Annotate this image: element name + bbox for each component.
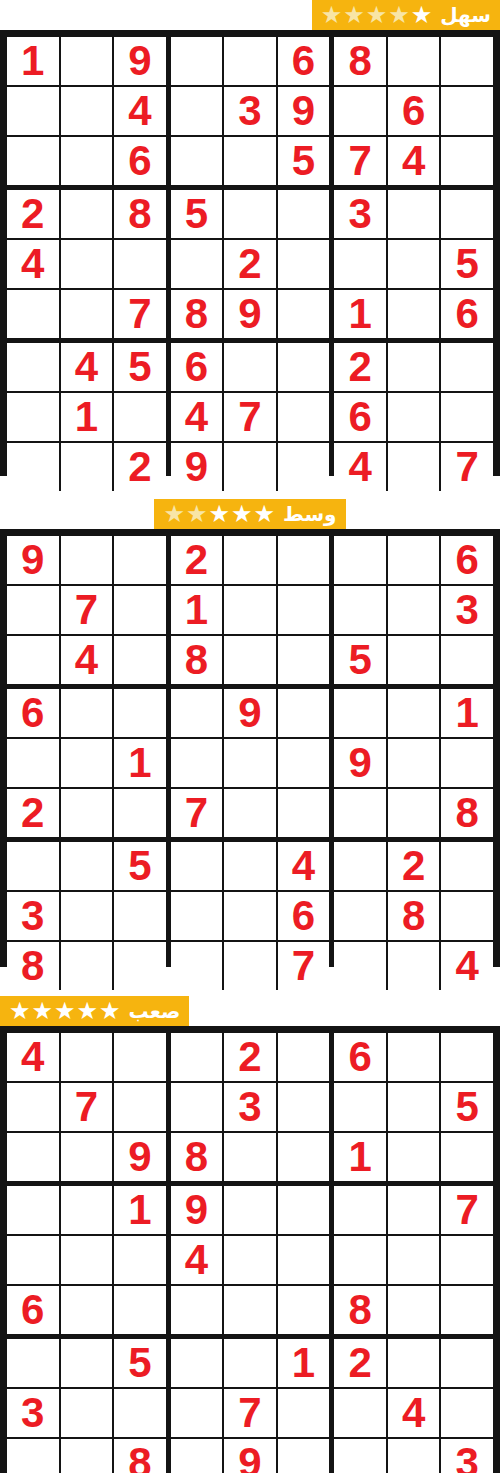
sudoku-cell-r2c7[interactable]	[334, 586, 386, 634]
sudoku-cell-r6c5[interactable]	[224, 789, 276, 837]
sudoku-cell-r3c4[interactable]: 8	[171, 1133, 223, 1181]
sudoku-cell-r3c6[interactable]	[278, 636, 330, 684]
sudoku-cell-r1c6[interactable]	[278, 1033, 330, 1081]
sudoku-cell-r7c6[interactable]: 1	[278, 1339, 330, 1387]
sudoku-cell-r8c4[interactable]: 4	[171, 393, 223, 441]
sudoku-cell-r5c6[interactable]	[278, 1236, 330, 1284]
sudoku-cell-r8c2[interactable]	[61, 892, 113, 940]
sudoku-cell-r8c3[interactable]	[114, 892, 166, 940]
sudoku-cell-r4c4[interactable]	[171, 689, 223, 737]
sudoku-cell-r8c7[interactable]	[334, 1389, 386, 1437]
sudoku-cell-r8c1[interactable]	[7, 393, 59, 441]
sudoku-cell-r6c6[interactable]	[278, 290, 330, 338]
sudoku-cell-r9c9[interactable]: 7	[441, 443, 493, 491]
sudoku-box: 651	[334, 1033, 493, 1181]
sudoku-cell-r4c5[interactable]	[224, 190, 276, 238]
sudoku-cell-r1c1[interactable]: 9	[7, 536, 59, 584]
sudoku-cell-r9c9[interactable]: 4	[441, 942, 493, 990]
sudoku-cell-r2c9[interactable]	[441, 87, 493, 135]
sudoku-cell-r3c6[interactable]	[278, 1133, 330, 1181]
sudoku-cell-r9c7[interactable]: 4	[334, 443, 386, 491]
sudoku-grid-easy: 194663958674284752893516451264792647	[0, 30, 500, 476]
sudoku-cell-r5c3[interactable]: 1	[114, 739, 166, 787]
sudoku-box: 97	[171, 689, 330, 837]
sudoku-cell-r3c2[interactable]: 4	[61, 636, 113, 684]
sudoku-cell-r9c1[interactable]	[7, 443, 59, 491]
sudoku-cell-r6c7[interactable]	[334, 789, 386, 837]
easy-difficulty-label: سهل	[440, 0, 491, 30]
hard-banner-row: ★★★★★ صعب	[0, 996, 500, 1026]
star-inactive-icon: ★	[388, 0, 410, 30]
sudoku-cell-r8c5[interactable]	[224, 892, 276, 940]
sudoku-cell-r5c4[interactable]	[171, 739, 223, 787]
sudoku-cell-r4c2[interactable]	[61, 190, 113, 238]
sudoku-cell-r7c4[interactable]: 6	[171, 343, 223, 391]
sudoku-box: 8674	[334, 37, 493, 185]
sudoku-cell-r8c9[interactable]	[441, 892, 493, 940]
medium-difficulty-label: وسط	[283, 499, 337, 529]
sudoku-cell-r4c3[interactable]: 8	[114, 190, 166, 238]
sudoku-cell-r8c8[interactable]	[388, 393, 440, 441]
sudoku-box: 198	[334, 689, 493, 837]
sudoku-cell-r1c4[interactable]	[171, 37, 223, 85]
sudoku-cell-r9c4[interactable]	[171, 942, 223, 990]
sudoku-cell-r5c9[interactable]	[441, 739, 493, 787]
sudoku-box: 2647	[334, 343, 493, 491]
sudoku-cell-r3c8[interactable]: 4	[388, 137, 440, 185]
sudoku-cell-r6c1[interactable]: 2	[7, 789, 59, 837]
easy-difficulty-banner: ★★★★★ سهل	[312, 0, 500, 30]
sudoku-cell-r6c8[interactable]	[388, 789, 440, 837]
sudoku-cell-r7c3[interactable]: 5	[114, 343, 166, 391]
hard-difficulty-label: صعب	[129, 996, 181, 1026]
sudoku-cell-r6c7[interactable]: 1	[334, 290, 386, 338]
sudoku-cell-r3c7[interactable]: 5	[334, 636, 386, 684]
sudoku-cell-r1c1[interactable]: 1	[7, 37, 59, 85]
sudoku-cell-r9c7[interactable]	[334, 942, 386, 990]
sudoku-cell-r3c3[interactable]: 9	[114, 1133, 166, 1181]
sudoku-cell-r6c9[interactable]: 8	[441, 789, 493, 837]
sudoku-cell-r9c5[interactable]	[224, 942, 276, 990]
sudoku-cell-r7c7[interactable]: 2	[334, 343, 386, 391]
sudoku-cell-r1c6[interactable]: 6	[278, 37, 330, 85]
sudoku-cell-r5c8[interactable]	[388, 1236, 440, 1284]
sudoku-cell-r5c2[interactable]	[61, 1236, 113, 1284]
sudoku-cell-r7c3[interactable]: 5	[114, 842, 166, 890]
sudoku-cell-r3c1[interactable]	[7, 137, 59, 185]
sudoku-cell-r3c2[interactable]	[61, 137, 113, 185]
medium-difficulty-banner: ★★★★★ وسط	[154, 499, 345, 529]
sudoku-cell-r6c9[interactable]: 6	[441, 290, 493, 338]
sudoku-cell-r4c5[interactable]	[224, 1186, 276, 1234]
sudoku-cell-r2c8[interactable]	[388, 1083, 440, 1131]
star-filled-icon: ★	[231, 499, 253, 529]
sudoku-cell-r8c8[interactable]: 4	[388, 1389, 440, 1437]
sudoku-cell-r9c9[interactable]: 3	[441, 1439, 493, 1473]
sudoku-cell-r5c1[interactable]	[7, 739, 59, 787]
sudoku-cell-r7c8[interactable]	[388, 343, 440, 391]
sudoku-cell-r2c7[interactable]	[334, 87, 386, 135]
sudoku-cell-r2c4[interactable]: 1	[171, 586, 223, 634]
sudoku-box: 2847	[7, 190, 166, 338]
star-filled-icon: ★	[32, 996, 54, 1026]
sudoku-cell-r4c6[interactable]	[278, 1186, 330, 1234]
sudoku-cell-r8c1[interactable]: 3	[7, 892, 59, 940]
sudoku-cell-r9c2[interactable]	[61, 1439, 113, 1473]
sudoku-cell-r5c9[interactable]	[441, 1236, 493, 1284]
sudoku-cell-r7c3[interactable]: 5	[114, 1339, 166, 1387]
sudoku-cell-r8c4[interactable]	[171, 892, 223, 940]
sudoku-cell-r1c8[interactable]	[388, 1033, 440, 1081]
sudoku-box: 5289	[171, 190, 330, 338]
sudoku-cell-r4c6[interactable]	[278, 190, 330, 238]
sudoku-cell-r7c2[interactable]	[61, 842, 113, 890]
sudoku-cell-r7c1[interactable]	[7, 1339, 59, 1387]
sudoku-cell-r9c2[interactable]	[61, 942, 113, 990]
sudoku-cell-r4c7[interactable]	[334, 1186, 386, 1234]
sudoku-cell-r7c9[interactable]	[441, 842, 493, 890]
sudoku-cell-r5c5[interactable]: 2	[224, 240, 276, 288]
sudoku-cell-r1c1[interactable]: 4	[7, 1033, 59, 1081]
sudoku-cell-r3c5[interactable]	[224, 1133, 276, 1181]
star-inactive-icon: ★	[186, 499, 208, 529]
sudoku-cell-r4c4[interactable]: 5	[171, 190, 223, 238]
sudoku-cell-r8c1[interactable]: 3	[7, 1389, 59, 1437]
sudoku-cell-r3c3[interactable]	[114, 636, 166, 684]
sudoku-cell-r5c5[interactable]	[224, 739, 276, 787]
sudoku-cell-r6c2[interactable]	[61, 789, 113, 837]
star-filled-icon: ★	[208, 499, 230, 529]
sudoku-cell-r1c9[interactable]	[441, 1033, 493, 1081]
sudoku-cell-r3c4[interactable]	[171, 137, 223, 185]
medium-star-rating: ★★★★★	[163, 499, 275, 529]
sudoku-cell-r1c8[interactable]	[388, 37, 440, 85]
sudoku-cell-r8c7[interactable]	[334, 892, 386, 940]
sudoku-cell-r2c9[interactable]: 3	[441, 586, 493, 634]
sudoku-box: 284	[334, 842, 493, 990]
sudoku-cell-r3c3[interactable]: 6	[114, 137, 166, 185]
star-inactive-icon: ★	[366, 0, 388, 30]
sudoku-cell-r1c6[interactable]	[278, 536, 330, 584]
sudoku-cell-r7c8[interactable]	[388, 1339, 440, 1387]
sudoku-cell-r9c7[interactable]	[334, 1439, 386, 1473]
sudoku-cell-r5c5[interactable]	[224, 1236, 276, 1284]
sudoku-cell-r6c2[interactable]	[61, 290, 113, 338]
sudoku-cell-r6c3[interactable]	[114, 1286, 166, 1334]
sudoku-cell-r2c2[interactable]: 7	[61, 586, 113, 634]
sudoku-cell-r6c7[interactable]: 8	[334, 1286, 386, 1334]
sudoku-cell-r7c6[interactable]	[278, 343, 330, 391]
sudoku-cell-r1c9[interactable]: 6	[441, 536, 493, 584]
sudoku-cell-r4c3[interactable]	[114, 689, 166, 737]
sudoku-cell-r8c2[interactable]: 1	[61, 393, 113, 441]
hard-difficulty-banner: ★★★★★ صعب	[0, 996, 189, 1026]
sudoku-cell-r8c3[interactable]	[114, 393, 166, 441]
sudoku-cell-r8c2[interactable]	[61, 1389, 113, 1437]
sudoku-cell-r7c8[interactable]: 2	[388, 842, 440, 890]
easy-star-rating: ★★★★★	[321, 0, 433, 30]
sudoku-box: 78	[334, 1186, 493, 1334]
sudoku-cell-r4c9[interactable]: 7	[441, 1186, 493, 1234]
sudoku-cell-r8c9[interactable]	[441, 1389, 493, 1437]
sudoku-cell-r3c7[interactable]: 1	[334, 1133, 386, 1181]
sudoku-cell-r1c5[interactable]	[224, 536, 276, 584]
sudoku-cell-r3c9[interactable]	[441, 137, 493, 185]
sudoku-cell-r9c8[interactable]	[388, 942, 440, 990]
sudoku-cell-r8c4[interactable]	[171, 1389, 223, 1437]
sudoku-cell-r5c7[interactable]	[334, 240, 386, 288]
sudoku-cell-r7c2[interactable]: 4	[61, 343, 113, 391]
sudoku-cell-r1c7[interactable]	[334, 536, 386, 584]
sudoku-easy-section: ★★★★★ سهل 194663958674284752893516451264…	[0, 0, 500, 476]
sudoku-cell-r5c1[interactable]: 4	[7, 240, 59, 288]
sudoku-cell-r3c5[interactable]	[224, 137, 276, 185]
sudoku-box: 635	[334, 536, 493, 684]
sudoku-cell-r9c3[interactable]: 8	[114, 1439, 166, 1473]
sudoku-cell-r6c5[interactable]	[224, 1286, 276, 1334]
sudoku-cell-r3c1[interactable]	[7, 636, 59, 684]
star-inactive-icon: ★	[343, 0, 365, 30]
sudoku-cell-r4c1[interactable]: 6	[7, 689, 59, 737]
sudoku-cell-r4c7[interactable]: 3	[334, 190, 386, 238]
sudoku-cell-r7c6[interactable]: 4	[278, 842, 330, 890]
sudoku-box: 16	[7, 1186, 166, 1334]
sudoku-cell-r5c9[interactable]: 5	[441, 240, 493, 288]
sudoku-cell-r8c9[interactable]	[441, 393, 493, 441]
easy-banner-row: ★★★★★ سهل	[0, 0, 500, 30]
star-inactive-icon: ★	[163, 499, 185, 529]
sudoku-cell-r6c6[interactable]	[278, 789, 330, 837]
sudoku-cell-r2c1[interactable]	[7, 586, 59, 634]
sudoku-cell-r2c6[interactable]: 9	[278, 87, 330, 135]
sudoku-grid-medium: 97421863561297198538467284	[0, 529, 500, 967]
sudoku-cell-r4c7[interactable]	[334, 689, 386, 737]
sudoku-cell-r9c4[interactable]	[171, 1439, 223, 1473]
sudoku-box: 538	[7, 1339, 166, 1473]
sudoku-cell-r4c2[interactable]	[61, 1186, 113, 1234]
star-filled-icon: ★	[9, 996, 31, 1026]
sudoku-cell-r7c4[interactable]	[171, 1339, 223, 1387]
medium-banner-row: ★★★★★ وسط	[0, 499, 500, 529]
star-filled-icon: ★	[77, 996, 99, 1026]
sudoku-cell-r9c1[interactable]: 8	[7, 942, 59, 990]
sudoku-cell-r2c3[interactable]	[114, 586, 166, 634]
sudoku-cell-r1c3[interactable]	[114, 1033, 166, 1081]
sudoku-cell-r5c6[interactable]	[278, 739, 330, 787]
sudoku-cell-r6c4[interactable]	[171, 1286, 223, 1334]
sudoku-box: 238	[171, 1033, 330, 1181]
sudoku-cell-r7c5[interactable]	[224, 1339, 276, 1387]
sudoku-cell-r2c4[interactable]	[171, 1083, 223, 1131]
sudoku-cell-r7c1[interactable]	[7, 842, 59, 890]
sudoku-cell-r3c4[interactable]: 8	[171, 636, 223, 684]
sudoku-box: 974	[7, 536, 166, 684]
sudoku-cell-r4c8[interactable]	[388, 1186, 440, 1234]
sudoku-cell-r1c5[interactable]: 2	[224, 1033, 276, 1081]
sudoku-cell-r4c8[interactable]	[388, 190, 440, 238]
sudoku-cell-r6c3[interactable]: 7	[114, 290, 166, 338]
sudoku-cell-r1c8[interactable]	[388, 536, 440, 584]
sudoku-box: 1946	[7, 37, 166, 185]
sudoku-cell-r3c6[interactable]: 5	[278, 137, 330, 185]
sudoku-hard-section: ★★★★★ صعب 479238651169478538179243	[0, 996, 500, 1473]
sudoku-cell-r9c1[interactable]	[7, 1439, 59, 1473]
sudoku-cell-r3c9[interactable]	[441, 1133, 493, 1181]
sudoku-box: 4512	[7, 343, 166, 491]
sudoku-cell-r6c5[interactable]: 9	[224, 290, 276, 338]
sudoku-cell-r2c2[interactable]: 7	[61, 1083, 113, 1131]
sudoku-box: 479	[7, 1033, 166, 1181]
sudoku-box: 6395	[171, 37, 330, 185]
sudoku-cell-r2c3[interactable]: 4	[114, 87, 166, 135]
sudoku-cell-r7c7[interactable]	[334, 842, 386, 890]
sudoku-cell-r8c5[interactable]: 7	[224, 1389, 276, 1437]
sudoku-cell-r6c8[interactable]	[388, 1286, 440, 1334]
sudoku-cell-r3c5[interactable]	[224, 636, 276, 684]
sudoku-cell-r1c9[interactable]	[441, 37, 493, 85]
sudoku-cell-r9c3[interactable]	[114, 942, 166, 990]
sudoku-cell-r7c4[interactable]	[171, 842, 223, 890]
sudoku-grid-hard: 479238651169478538179243	[0, 1026, 500, 1473]
sudoku-cell-r2c5[interactable]	[224, 586, 276, 634]
star-filled-icon: ★	[254, 499, 276, 529]
sudoku-cell-r2c1[interactable]	[7, 1083, 59, 1131]
sudoku-cell-r6c1[interactable]	[7, 290, 59, 338]
sudoku-cell-r3c9[interactable]	[441, 636, 493, 684]
sudoku-cell-r5c1[interactable]	[7, 1236, 59, 1284]
sudoku-cell-r7c5[interactable]	[224, 842, 276, 890]
sudoku-cell-r1c5[interactable]	[224, 37, 276, 85]
sudoku-cell-r1c2[interactable]	[61, 1033, 113, 1081]
sudoku-cell-r9c2[interactable]	[61, 443, 113, 491]
sudoku-cell-r2c2[interactable]	[61, 87, 113, 135]
sudoku-cell-r3c8[interactable]	[388, 636, 440, 684]
sudoku-cell-r7c7[interactable]: 2	[334, 1339, 386, 1387]
sudoku-cell-r9c8[interactable]	[388, 443, 440, 491]
sudoku-cell-r9c4[interactable]: 9	[171, 443, 223, 491]
sudoku-cell-r7c9[interactable]	[441, 343, 493, 391]
sudoku-cell-r5c8[interactable]	[388, 240, 440, 288]
sudoku-cell-r8c8[interactable]: 8	[388, 892, 440, 940]
sudoku-box: 3516	[334, 190, 493, 338]
sudoku-cell-r8c6[interactable]	[278, 393, 330, 441]
sudoku-cell-r5c6[interactable]	[278, 240, 330, 288]
sudoku-cell-r4c5[interactable]: 9	[224, 689, 276, 737]
sudoku-box: 467	[171, 842, 330, 990]
sudoku-cell-r4c3[interactable]: 1	[114, 1186, 166, 1234]
sudoku-cell-r9c6[interactable]	[278, 1439, 330, 1473]
sudoku-cell-r2c8[interactable]: 6	[388, 87, 440, 135]
sudoku-cell-r9c6[interactable]: 7	[278, 942, 330, 990]
sudoku-cell-r4c6[interactable]	[278, 689, 330, 737]
sudoku-cell-r5c3[interactable]	[114, 240, 166, 288]
sudoku-cell-r4c9[interactable]	[441, 190, 493, 238]
sudoku-cell-r6c8[interactable]	[388, 290, 440, 338]
sudoku-cell-r6c6[interactable]	[278, 1286, 330, 1334]
sudoku-cell-r1c3[interactable]: 9	[114, 37, 166, 85]
sudoku-cell-r8c3[interactable]	[114, 1389, 166, 1437]
sudoku-cell-r2c6[interactable]	[278, 586, 330, 634]
sudoku-cell-r8c6[interactable]	[278, 1389, 330, 1437]
sudoku-cell-r1c7[interactable]: 6	[334, 1033, 386, 1081]
sudoku-cell-r9c5[interactable]: 9	[224, 1439, 276, 1473]
sudoku-cell-r4c2[interactable]	[61, 689, 113, 737]
sudoku-cell-r7c2[interactable]	[61, 1339, 113, 1387]
sudoku-box: 179	[171, 1339, 330, 1473]
sudoku-cell-r4c1[interactable]: 2	[7, 190, 59, 238]
sudoku-cell-r6c4[interactable]: 7	[171, 789, 223, 837]
sudoku-cell-r5c2[interactable]	[61, 739, 113, 787]
sudoku-cell-r2c5[interactable]: 3	[224, 1083, 276, 1131]
sudoku-cell-r5c7[interactable]	[334, 1236, 386, 1284]
sudoku-cell-r2c3[interactable]	[114, 1083, 166, 1131]
sudoku-cell-r6c2[interactable]	[61, 1286, 113, 1334]
sudoku-cell-r7c9[interactable]	[441, 1339, 493, 1387]
sudoku-cell-r8c5[interactable]: 7	[224, 393, 276, 441]
sudoku-cell-r3c1[interactable]	[7, 1133, 59, 1181]
sudoku-box: 6479	[171, 343, 330, 491]
sudoku-cell-r4c9[interactable]: 1	[441, 689, 493, 737]
sudoku-cell-r6c9[interactable]	[441, 1286, 493, 1334]
sudoku-cell-r9c8[interactable]	[388, 1439, 440, 1473]
star-filled-icon: ★	[99, 996, 121, 1026]
star-inactive-icon: ★	[321, 0, 343, 30]
sudoku-cell-r8c6[interactable]: 6	[278, 892, 330, 940]
sudoku-cell-r5c7[interactable]: 9	[334, 739, 386, 787]
sudoku-cell-r4c1[interactable]	[7, 1186, 59, 1234]
sudoku-cell-r5c2[interactable]	[61, 240, 113, 288]
sudoku-cell-r9c6[interactable]	[278, 443, 330, 491]
sudoku-cell-r2c4[interactable]	[171, 87, 223, 135]
sudoku-cell-r2c6[interactable]	[278, 1083, 330, 1131]
sudoku-cell-r5c4[interactable]: 4	[171, 1236, 223, 1284]
sudoku-cell-r1c2[interactable]	[61, 37, 113, 85]
sudoku-cell-r3c2[interactable]	[61, 1133, 113, 1181]
sudoku-cell-r2c9[interactable]: 5	[441, 1083, 493, 1131]
sudoku-box: 243	[334, 1339, 493, 1473]
sudoku-cell-r3c7[interactable]: 7	[334, 137, 386, 185]
sudoku-cell-r1c4[interactable]: 2	[171, 536, 223, 584]
sudoku-cell-r2c8[interactable]	[388, 586, 440, 634]
sudoku-cell-r2c1[interactable]	[7, 87, 59, 135]
sudoku-cell-r6c1[interactable]: 6	[7, 1286, 59, 1334]
sudoku-cell-r7c5[interactable]	[224, 343, 276, 391]
sudoku-medium-section: ★★★★★ وسط 97421863561297198538467284	[0, 499, 500, 967]
sudoku-cell-r7c1[interactable]	[7, 343, 59, 391]
sudoku-cell-r2c7[interactable]	[334, 1083, 386, 1131]
sudoku-cell-r4c4[interactable]: 9	[171, 1186, 223, 1234]
sudoku-box: 94	[171, 1186, 330, 1334]
star-filled-icon: ★	[54, 996, 76, 1026]
sudoku-cell-r9c5[interactable]	[224, 443, 276, 491]
hard-star-rating: ★★★★★	[9, 996, 121, 1026]
star-filled-icon: ★	[411, 0, 433, 30]
sudoku-cell-r1c4[interactable]	[171, 1033, 223, 1081]
sudoku-cell-r1c2[interactable]	[61, 536, 113, 584]
sudoku-cell-r8c7[interactable]: 6	[334, 393, 386, 441]
sudoku-cell-r3c8[interactable]	[388, 1133, 440, 1181]
sudoku-cell-r5c3[interactable]	[114, 1236, 166, 1284]
sudoku-cell-r5c4[interactable]	[171, 240, 223, 288]
sudoku-cell-r1c7[interactable]: 8	[334, 37, 386, 85]
sudoku-cell-r6c4[interactable]: 8	[171, 290, 223, 338]
sudoku-cell-r2c5[interactable]: 3	[224, 87, 276, 135]
sudoku-cell-r1c3[interactable]	[114, 536, 166, 584]
sudoku-cell-r6c3[interactable]	[114, 789, 166, 837]
sudoku-cell-r9c3[interactable]: 2	[114, 443, 166, 491]
sudoku-cell-r5c8[interactable]	[388, 739, 440, 787]
sudoku-cell-r4c8[interactable]	[388, 689, 440, 737]
